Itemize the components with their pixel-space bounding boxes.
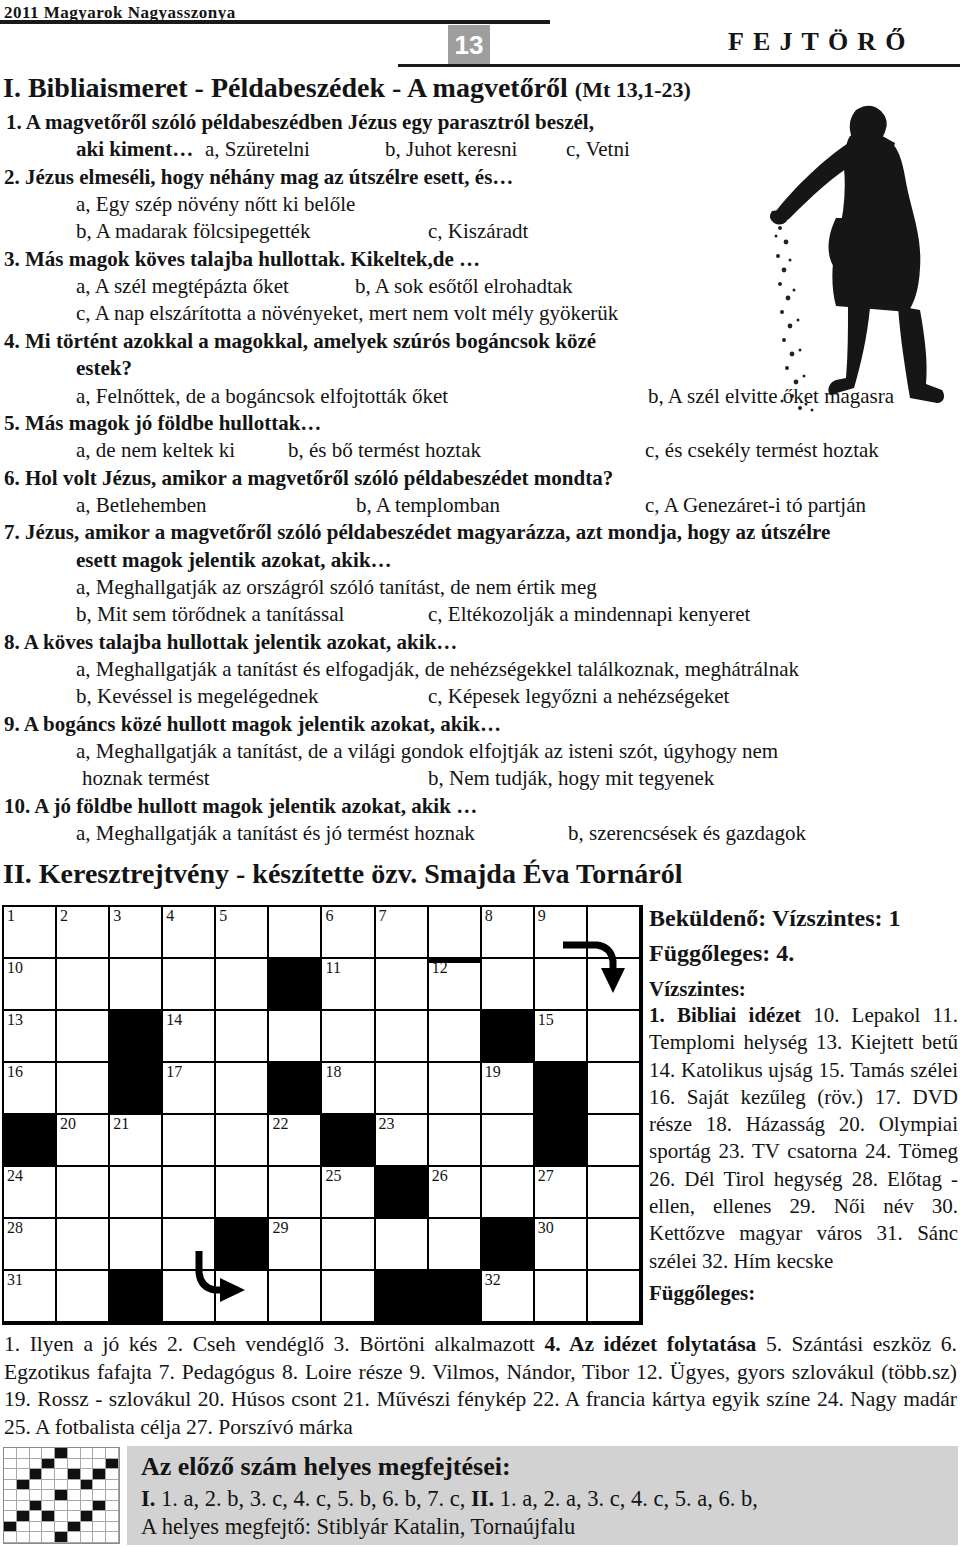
black-cell [110,1063,163,1115]
thumb-cell [4,1532,17,1543]
crossword-cell [588,1271,641,1323]
thumb-cell [4,1469,17,1480]
thumb-cell [68,1532,81,1543]
clue-number: 5 [219,907,227,925]
solution-answers-text: 1. a, 2. a, 3. c, 4. c, 5. a, 6. b, [494,1486,758,1511]
clue-number: 2 [60,907,68,925]
crossword-cell: 26 [429,1167,482,1219]
crossword-cell [163,1271,216,1323]
crossword-cell: 4 [163,907,216,959]
black-cell [216,1219,269,1271]
clue-number: 9 [538,907,546,925]
quiz-line: b, Kevéssel is megelégednekc, Képesek le… [0,684,960,712]
quiz-question-text: esett magok jelentik azokat, akik… [76,548,392,573]
previous-solutions-solver: A helyes megfejtő: Stiblyár Katalin, Tor… [141,1513,958,1541]
thumb-cell [68,1490,81,1501]
crossword-cell [110,1167,163,1219]
thumb-cell [30,1448,43,1459]
crossword-cell: 2 [57,907,110,959]
thumb-cell [42,1448,55,1459]
quiz-answer-option: b, A sok esőtől elrohadtak [355,274,573,299]
thumb-cell [93,1480,106,1491]
quiz-answer-option: a, Egy szép növény nőtt ki belőle [76,192,355,217]
thumb-cell [17,1501,30,1512]
crossword-cell [110,1219,163,1271]
thumb-cell [93,1448,106,1459]
quiz-answer-option: b, és bő termést hoztak [288,438,481,463]
thumb-cell [42,1480,55,1491]
black-cell [110,1271,163,1323]
thumb-cell [93,1459,106,1470]
crossword-cell [588,1011,641,1063]
thumb-black-cell [4,1522,17,1533]
quiz-question-text: 2. Jézus elmeséli, hogy néhány mag az út… [4,165,513,190]
thumb-cell [55,1480,68,1491]
quiz-answer-option: c, Kiszáradt [428,219,528,244]
clue-number: 21 [113,1115,129,1133]
quiz-answer-option: c, A Genezáret-i tó partján [645,493,866,518]
clue-number: 14 [166,1011,182,1029]
thumb-cell [93,1511,106,1522]
crossword-cell [376,1011,429,1063]
thumb-cell [30,1490,43,1501]
quiz-answer-option: b, A madarak fölcsipegették [76,219,310,244]
thumb-cell [55,1459,68,1470]
crossword-cell [216,1063,269,1115]
clue-number: 8 [485,907,493,925]
thumb-cell [81,1532,94,1543]
thumb-cell [4,1501,17,1512]
crossword-cell: 15 [535,1011,588,1063]
crossword-cell [269,907,322,959]
quiz-question-text: 1. A magvetőről szóló példabeszédben Jéz… [6,110,594,135]
black-cell [376,1167,429,1219]
quiz-answer-option: a, Felnőttek, de a bogáncsok elfojtották… [76,384,448,409]
crossword-cell: 13 [4,1011,57,1063]
thumb-black-cell [93,1501,106,1512]
crossword-cell: 5 [216,907,269,959]
thumb-cell [17,1459,30,1470]
crossword-cell [588,1167,641,1219]
crossword-cell [482,1167,535,1219]
header-rule-right [398,64,960,67]
crossword-grid: 1234567891011121314151617181920212223242… [2,905,643,1325]
thumb-cell [4,1480,17,1491]
sower-seed-bag [829,218,879,277]
thumb-cell [68,1448,81,1459]
bible-reference: (Mt 13,1-23) [575,77,691,102]
quiz-answer-option: c, és csekély termést hoztak [645,438,879,463]
crossword-cell: 23 [376,1115,429,1167]
crossword-cell: 31 [4,1271,57,1323]
clue-number: 10 [7,959,23,977]
black-cell [482,1011,535,1063]
clue-number: 30 [538,1219,554,1237]
thumb-cell [42,1469,55,1480]
crossword-cell: 10 [4,959,57,1011]
black-cell [535,1115,588,1167]
thumb-cell [93,1532,106,1543]
crossword-cell: 3 [110,907,163,959]
thumb-cell [106,1511,119,1522]
quiz-line: 10. A jó földbe hullott magok jelentik a… [0,794,960,822]
black-cell [482,1219,535,1271]
quiz-question-text: 8. A köves talajba hullottak jelentik az… [4,630,457,655]
thumb-cell [68,1480,81,1491]
clue-number: 12 [432,959,448,977]
crossword-cell: 9 [535,907,588,959]
quiz-question-text: 3. Más magok köves talajba hullottak. Ki… [4,247,480,272]
across-heading: Vízszintes: [649,976,958,1002]
sower-front-leg [828,306,870,395]
thumb-black-cell [68,1522,81,1533]
crossword-cell [429,907,482,959]
thumb-black-cell [55,1532,68,1543]
crossword-cell: 28 [4,1219,57,1271]
crossword-cell [110,959,163,1011]
thumb-cell [106,1469,119,1480]
crossword-cell: 11 [322,959,375,1011]
thumb-cell [42,1490,55,1501]
crossword-cell [57,1011,110,1063]
thumb-cell [42,1501,55,1512]
clue-number: 29 [272,1219,288,1237]
quiz-line: 7. Jézus, amikor a magvetőről szóló péld… [0,520,960,548]
quiz-answer-option: a, Meghallgatják a tanítást és jó termés… [76,821,475,846]
thumb-cell [93,1490,106,1501]
crossword-cell: 32 [482,1271,535,1323]
down-clue-bold: 4. Az idézet folytatása [544,1332,756,1356]
crossword-cell [163,959,216,1011]
thumb-cell [106,1490,119,1501]
thumb-black-cell [81,1511,94,1522]
previous-solutions-box: Az előző szám helyes megfejtései: I. 1. … [127,1446,958,1545]
quiz-line: 8. A köves talajba hullottak jelentik az… [0,630,960,658]
header-rule-left [0,20,550,24]
clue-number: 18 [325,1063,341,1081]
quiz-answer-option: b, Kevéssel is megelégednek [76,684,319,709]
thumb-black-cell [55,1490,68,1501]
crossword-cell: 24 [4,1167,57,1219]
black-cell [4,1115,57,1167]
thumb-black-cell [42,1511,55,1522]
across-clues: 1. Bibliai idézet 10. Lepakol 11. Templo… [649,1002,958,1275]
crossword-cell [322,1011,375,1063]
thumb-cell [81,1459,94,1470]
crossword-cell [57,1271,110,1323]
down-clue-text: 1. Ilyen a jó kés 2. Cseh vendéglő 3. Bö… [4,1332,544,1356]
down-heading: Függőleges: [649,1280,958,1306]
crossword-cell [588,1063,641,1115]
thumb-cell [42,1532,55,1543]
crossword-cell [216,1011,269,1063]
crossword-cell [322,1271,375,1323]
clue-number: 1 [7,907,15,925]
thumb-cell [55,1511,68,1522]
quiz-section-title: I. Bibliaismeret - Példabeszédek - A mag… [3,72,691,104]
crossword-cell: 14 [163,1011,216,1063]
quiz-line: a, Betlehembenb, A templombanc, A Genezá… [0,493,960,521]
thumb-cell [17,1532,30,1543]
crossword-cell [57,1219,110,1271]
quiz-line: esett magok jelentik azokat, akik… [0,548,960,576]
previous-solutions-answers: I. 1. a, 2. b, 3. c, 4. c, 5. b, 6. b, 7… [141,1485,958,1513]
across-clue-bold: 1. Bibliai idézet [649,1003,813,1027]
thumb-cell [106,1501,119,1512]
thumb-cell [68,1501,81,1512]
crossword-cell: 7 [376,907,429,959]
clue-number: 16 [7,1063,23,1081]
quiz-line: hoznak terméstb, Nem tudják, hogy mit te… [0,766,960,794]
quiz-answer-option: a, Betlehemben [76,493,207,518]
quiz-answer-option: c, Eltékozolják a mindennapi kenyeret [428,602,750,627]
thumb-cell [17,1469,30,1480]
clue-number: 26 [432,1167,448,1185]
thumb-cell [106,1480,119,1491]
crossword-cell [429,1011,482,1063]
black-cell [535,1063,588,1115]
quiz-line: a, Meghallgatják a tanítást és elfogadjá… [0,657,960,685]
crossword-cell: 12 [429,959,482,1011]
quiz-question-text: estek? [76,356,132,381]
clue-number: 25 [325,1167,341,1185]
crossword-cell [322,1219,375,1271]
clue-number: 20 [60,1115,76,1133]
crossword-cell [163,1219,216,1271]
crossword-cell [57,1167,110,1219]
thumb-cell [81,1490,94,1501]
thumb-black-cell [42,1459,55,1470]
quiz-answer-option: c, A nap elszárította a növényeket, mert… [76,301,618,326]
thumb-black-cell [68,1469,81,1480]
thumb-black-cell [30,1501,43,1512]
crossword-cell [269,1167,322,1219]
thumb-cell [4,1490,17,1501]
crossword-cell [482,959,535,1011]
thumb-cell [4,1448,17,1459]
black-cell [110,1011,163,1063]
sower-illustration [770,100,960,420]
across-clue-text: 10. Lepakol 11. Templomi helység 13. Kie… [649,1003,958,1273]
quiz-answer-option: b, A templomban [356,493,500,518]
quiz-answer-option: a, Meghallgatják a tanítást, de a világi… [76,739,778,764]
clue-number: 22 [272,1115,288,1133]
black-cell [429,1271,482,1323]
thumb-cell [30,1459,43,1470]
clue-number: 32 [485,1271,501,1289]
crossword-cell: 25 [322,1167,375,1219]
quiz-line: a, de nem keltek kib, és bő termést hozt… [0,438,960,466]
crossword-cell [216,1167,269,1219]
quiz-section-title-text: I. Bibliaismeret - Példabeszédek - A mag… [3,72,568,103]
solution-answers-text: 1. a, 2. b, 3. c, 4. c, 5. b, 6. b, 7. c… [155,1486,471,1511]
quiz-answer-option: c, Vetni [566,137,630,162]
crossword-cell [376,959,429,1011]
quiz-answer-option: b, Mit sem törődnek a tanítással [76,602,344,627]
quiz-answer-option: b, Juhot keresni [385,137,517,162]
thumb-cell [30,1532,43,1543]
thumb-cell [30,1511,43,1522]
thumb-cell [81,1501,94,1512]
quiz-answer-option: a, Szüretelni [205,137,310,162]
magazine-puzzle-page: { "game": "crossword (Hungarian magazine… [0,0,960,1547]
crossword-cell [429,1115,482,1167]
quiz-line: 9. A bogáncs közé hullott magok jelentik… [0,712,960,740]
quiz-line: a, Meghallgatják a tanítást és jó termés… [0,821,960,849]
solution-answers-bold: I. [141,1486,155,1511]
crossword-cell [535,959,588,1011]
crossword-cell [376,1063,429,1115]
thumb-cell [81,1469,94,1480]
crossword-cell [57,1063,110,1115]
solution-answers-bold: II. [471,1486,494,1511]
quiz-line: a, Meghallgatják a tanítást, de a világi… [0,739,960,767]
crossword-cell: 17 [163,1063,216,1115]
crossword-cell [588,1219,641,1271]
thumb-black-cell [55,1448,68,1459]
quiz-question-text: 5. Más magok jó földbe hullottak… [4,411,321,436]
quiz-question-text: 7. Jézus, amikor a magvetőről szóló péld… [4,520,830,545]
crossword-cell [429,1219,482,1271]
thumb-cell [4,1459,17,1470]
thumb-cell [55,1501,68,1512]
quiz-answer-option: hoznak termést [82,766,210,791]
quiz-answer-option: a, A szél megtépázta őket [76,274,289,299]
crossword-cell: 16 [4,1063,57,1115]
clue-number: 28 [7,1219,23,1237]
crossword-cell [588,1115,641,1167]
crossword-cell [216,959,269,1011]
thumb-cell [17,1522,30,1533]
seed-trail [775,226,814,412]
crossword-section-title: II. Keresztrejtvény - készítette özv. Sm… [3,858,682,890]
thumb-black-cell [93,1469,106,1480]
thumb-cell [55,1469,68,1480]
crossword-cell: 30 [535,1219,588,1271]
black-cell [322,1115,375,1167]
crossword-cell: 21 [110,1115,163,1167]
quiz-question-text: aki kiment… [76,137,193,162]
crossword-cell [535,1271,588,1323]
crossword-cell: 29 [269,1219,322,1271]
crossword-cell [163,1115,216,1167]
clue-number: 11 [325,959,340,977]
crossword-cell [588,907,641,959]
clue-number: 31 [7,1271,23,1289]
thumb-cell [68,1511,81,1522]
crossword-cell [269,1271,322,1323]
quiz-question-text: 9. A bogáncs közé hullott magok jelentik… [4,712,501,737]
crossword-cell [482,1115,535,1167]
thumb-cell [68,1459,81,1470]
previous-crossword-thumbnail [3,1447,120,1544]
crossword-cell [376,1219,429,1271]
quiz-question-text: 10. A jó földbe hullott magok jelentik a… [4,794,477,819]
black-cell [269,1063,322,1115]
thumb-cell [30,1522,43,1533]
crossword-cell [216,1115,269,1167]
clue-number: 13 [7,1011,23,1029]
page-number-box: 13 [448,25,490,65]
crossword-cell: 20 [57,1115,110,1167]
thumb-cell [93,1522,106,1533]
clue-number: 7 [379,907,387,925]
thumb-black-cell [81,1480,94,1491]
thumb-black-cell [17,1480,30,1491]
thumb-cell [30,1480,43,1491]
black-cell [269,959,322,1011]
crossword-cell: 18 [322,1063,375,1115]
clue-number: 27 [538,1167,554,1185]
crossword-cell: 22 [269,1115,322,1167]
clue-number: 24 [7,1167,23,1185]
quiz-answer-option: a, Meghallgatják az országról szóló taní… [76,575,597,600]
clue-number: 19 [485,1063,501,1081]
send-in-instruction-line1: Beküldenő: Vízszintes: 1 [649,901,958,936]
section-masthead: FEJTÖRŐ [728,27,915,57]
clue-number: 17 [166,1063,182,1081]
thumb-cell [106,1448,119,1459]
crossword-cell [429,1063,482,1115]
crossword-cell [57,959,110,1011]
quiz-line: 6. Hol volt Jézus, amikor a magvetőről s… [0,466,960,494]
page-number: 13 [455,30,484,61]
quiz-answer-option: a, de nem keltek ki [76,438,235,463]
thumb-black-cell [30,1469,43,1480]
quiz-answer-option: a, Meghallgatják a tanítást és elfogadjá… [76,657,799,682]
crossword-clues-right-column: Beküldenő: Vízszintes: 1 Függőleges: 4. … [649,901,958,1306]
crossword-cell [269,1011,322,1063]
clue-number: 6 [325,907,333,925]
thumb-cell [4,1511,17,1522]
quiz-line: b, Mit sem törődnek a tanítássalc, Elték… [0,602,960,630]
clue-number: 15 [538,1011,554,1029]
clue-number: 3 [113,907,121,925]
thumb-cell [17,1490,30,1501]
thumb-cell [55,1522,68,1533]
crossword-cell: 19 [482,1063,535,1115]
clue-number: 4 [166,907,174,925]
thumb-cell [81,1448,94,1459]
previous-solutions-heading: Az előző szám helyes megfejtései: [141,1451,958,1483]
crossword-cell [216,1271,269,1323]
crossword-cell [588,959,641,1011]
quiz-line: a, Meghallgatják az országról szóló taní… [0,575,960,603]
black-cell [376,1271,429,1323]
quiz-question-text: 6. Hol volt Jézus, amikor a magvetőről s… [4,466,613,491]
down-clues: 1. Ilyen a jó kés 2. Cseh vendéglő 3. Bö… [4,1331,957,1441]
thumb-cell [42,1522,55,1533]
send-in-instruction-line2: Függőleges: 4. [649,936,958,971]
thumb-black-cell [17,1511,30,1522]
crossword-cell: 6 [322,907,375,959]
quiz-answer-option: b, Nem tudják, hogy mit tegyenek [428,766,714,791]
thumb-cell [81,1522,94,1533]
quiz-answer-option: c, Képesek legyőzni a nehézségeket [428,684,729,709]
crossword-cell: 1 [4,907,57,959]
crossword-cell [163,1167,216,1219]
quiz-question-text: 4. Mi történt azokkal a magokkal, amelye… [4,329,596,354]
thumb-cell [17,1448,30,1459]
sower-back-leg [898,306,944,403]
clue-number: 23 [379,1115,395,1133]
quiz-answer-option: b, szerencsések és gazdagok [568,821,806,846]
crossword-cell: 27 [535,1167,588,1219]
thumb-cell [106,1532,119,1543]
crossword-cell: 8 [482,907,535,959]
thumb-black-cell [106,1459,119,1470]
thumb-cell [106,1522,119,1533]
